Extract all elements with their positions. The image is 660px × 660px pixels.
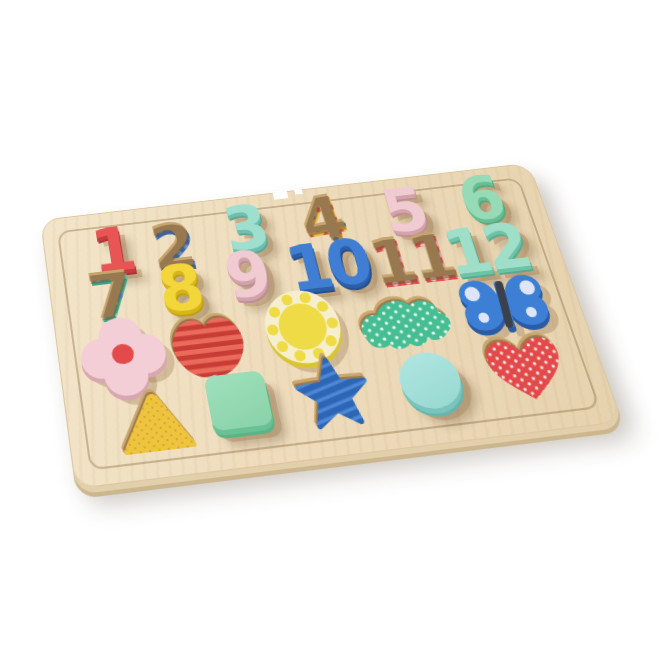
piece-square[interactable] [203, 370, 273, 431]
recess-triangle[interactable] [110, 383, 202, 462]
recess-cloud[interactable] [346, 287, 464, 360]
board-edge-notch [272, 190, 288, 199]
product-photo-stage: 1 2 3 4 5 6 7 8 9 10 11 12 [0, 0, 660, 660]
puzzle-board: 1 2 3 4 5 6 7 8 9 10 11 12 [40, 163, 623, 489]
